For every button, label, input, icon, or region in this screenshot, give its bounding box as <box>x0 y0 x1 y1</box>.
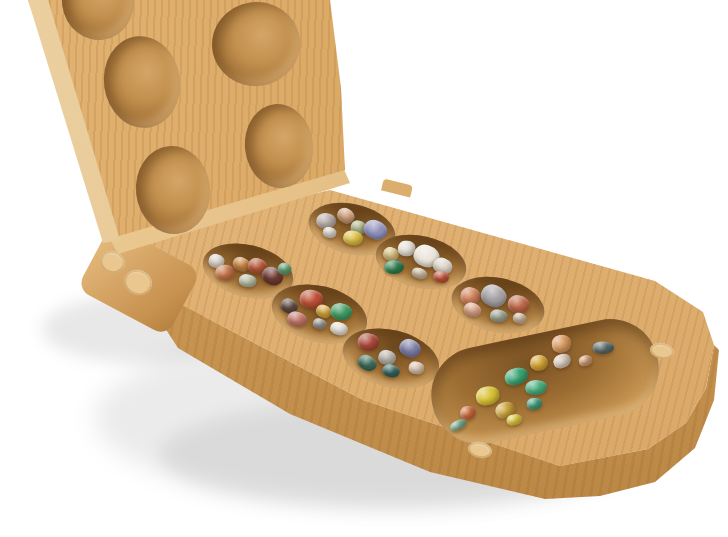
gemstone <box>381 363 402 380</box>
gemstone <box>529 355 548 372</box>
gemstone <box>355 351 380 373</box>
gemstone <box>286 310 309 329</box>
gemstone <box>551 352 573 371</box>
gemstone <box>478 280 510 310</box>
mancala-board-photo <box>0 0 728 537</box>
gemstone <box>550 333 573 355</box>
gemstone <box>592 341 614 354</box>
gemstone <box>525 379 548 395</box>
gemstone <box>329 302 353 322</box>
gemstone <box>237 273 257 288</box>
hinge-tab <box>381 179 413 198</box>
gemstone <box>407 360 425 375</box>
gemstone <box>311 317 327 331</box>
gemstone <box>489 309 508 324</box>
gemstone <box>329 321 350 338</box>
gemstone <box>526 397 543 411</box>
gemstone <box>356 332 379 351</box>
gemstone <box>512 311 528 325</box>
gemstone <box>410 266 429 282</box>
gemstone <box>396 336 423 361</box>
gemstone <box>577 354 593 368</box>
gemstone <box>384 260 404 274</box>
gemstone <box>447 417 468 434</box>
gemstone <box>322 225 338 239</box>
